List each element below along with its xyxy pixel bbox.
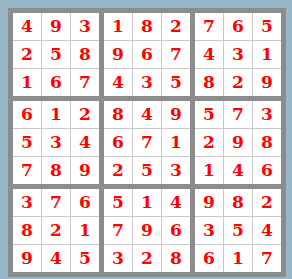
cell-r4c8[interactable]: 7	[224, 101, 252, 128]
cell-r3c6[interactable]: 5	[162, 69, 190, 96]
cell-r5c9[interactable]: 8	[253, 129, 281, 156]
cell-r8c8[interactable]: 5	[224, 217, 252, 244]
sudoku-box-7: 376821945	[13, 189, 99, 272]
cell-r4c4[interactable]: 8	[104, 101, 132, 128]
cell-r1c5[interactable]: 8	[133, 13, 161, 40]
cell-r5c5[interactable]: 7	[133, 129, 161, 156]
cell-r9c2[interactable]: 4	[42, 245, 70, 272]
cell-r2c6[interactable]: 7	[162, 41, 190, 68]
cell-r6c7[interactable]: 1	[195, 157, 223, 184]
cell-r8c9[interactable]: 4	[253, 217, 281, 244]
cell-r9c3[interactable]: 5	[71, 245, 99, 272]
sudoku-box-2: 182967435	[104, 13, 190, 96]
cell-r7c3[interactable]: 6	[71, 189, 99, 216]
cell-r3c7[interactable]: 8	[195, 69, 223, 96]
cell-r8c2[interactable]: 2	[42, 217, 70, 244]
cell-r8c3[interactable]: 1	[71, 217, 99, 244]
cell-r7c5[interactable]: 1	[133, 189, 161, 216]
cell-r7c7[interactable]: 9	[195, 189, 223, 216]
cell-r1c2[interactable]: 9	[42, 13, 70, 40]
cell-r2c5[interactable]: 6	[133, 41, 161, 68]
sudoku-box-5: 849671253	[104, 101, 190, 184]
cell-r5c4[interactable]: 6	[104, 129, 132, 156]
cell-r5c7[interactable]: 2	[195, 129, 223, 156]
cell-r6c1[interactable]: 7	[13, 157, 41, 184]
cell-r7c9[interactable]: 2	[253, 189, 281, 216]
cell-r3c3[interactable]: 7	[71, 69, 99, 96]
cell-r6c6[interactable]: 3	[162, 157, 190, 184]
cell-r2c2[interactable]: 5	[42, 41, 70, 68]
sudoku-box-8: 514796328	[104, 189, 190, 272]
sudoku-box-1: 493258167	[13, 13, 99, 96]
cell-r1c1[interactable]: 4	[13, 13, 41, 40]
cell-r3c9[interactable]: 9	[253, 69, 281, 96]
sudoku-board: 4932581671829674357654318296125347898496…	[8, 8, 286, 277]
cell-r7c4[interactable]: 5	[104, 189, 132, 216]
cell-r3c8[interactable]: 2	[224, 69, 252, 96]
cell-r4c7[interactable]: 5	[195, 101, 223, 128]
cell-r8c6[interactable]: 6	[162, 217, 190, 244]
cell-r7c8[interactable]: 8	[224, 189, 252, 216]
cell-r4c1[interactable]: 6	[13, 101, 41, 128]
cell-r3c1[interactable]: 1	[13, 69, 41, 96]
cell-r3c4[interactable]: 4	[104, 69, 132, 96]
cell-r5c3[interactable]: 4	[71, 129, 99, 156]
cell-r9c1[interactable]: 9	[13, 245, 41, 272]
cell-r9c4[interactable]: 3	[104, 245, 132, 272]
cell-r6c5[interactable]: 5	[133, 157, 161, 184]
page-background: 4932581671829674357654318296125347898496…	[0, 0, 292, 279]
cell-r9c5[interactable]: 2	[133, 245, 161, 272]
cell-r1c8[interactable]: 6	[224, 13, 252, 40]
cell-r1c6[interactable]: 2	[162, 13, 190, 40]
cell-r5c1[interactable]: 5	[13, 129, 41, 156]
cell-r1c7[interactable]: 7	[195, 13, 223, 40]
cell-r8c4[interactable]: 7	[104, 217, 132, 244]
cell-r7c1[interactable]: 3	[13, 189, 41, 216]
cell-r2c7[interactable]: 4	[195, 41, 223, 68]
cell-r6c3[interactable]: 9	[71, 157, 99, 184]
cell-r5c6[interactable]: 1	[162, 129, 190, 156]
cell-r9c7[interactable]: 6	[195, 245, 223, 272]
sudoku-box-4: 612534789	[13, 101, 99, 184]
cell-r1c3[interactable]: 3	[71, 13, 99, 40]
cell-r9c6[interactable]: 8	[162, 245, 190, 272]
cell-r8c7[interactable]: 3	[195, 217, 223, 244]
cell-r2c3[interactable]: 8	[71, 41, 99, 68]
cell-r5c8[interactable]: 9	[224, 129, 252, 156]
cell-r2c1[interactable]: 2	[13, 41, 41, 68]
cell-r4c9[interactable]: 3	[253, 101, 281, 128]
cell-r9c9[interactable]: 7	[253, 245, 281, 272]
cell-r4c5[interactable]: 4	[133, 101, 161, 128]
cell-r2c8[interactable]: 3	[224, 41, 252, 68]
sudoku-box-9: 982354617	[195, 189, 281, 272]
cell-r6c9[interactable]: 6	[253, 157, 281, 184]
cell-r4c2[interactable]: 1	[42, 101, 70, 128]
cell-r9c8[interactable]: 1	[224, 245, 252, 272]
cell-r6c8[interactable]: 4	[224, 157, 252, 184]
cell-r1c4[interactable]: 1	[104, 13, 132, 40]
cell-r4c3[interactable]: 2	[71, 101, 99, 128]
cell-r5c2[interactable]: 3	[42, 129, 70, 156]
sudoku-box-3: 765431829	[195, 13, 281, 96]
cell-r7c2[interactable]: 7	[42, 189, 70, 216]
cell-r4c6[interactable]: 9	[162, 101, 190, 128]
cell-r3c5[interactable]: 3	[133, 69, 161, 96]
cell-r2c4[interactable]: 9	[104, 41, 132, 68]
cell-r8c1[interactable]: 8	[13, 217, 41, 244]
cell-r6c4[interactable]: 2	[104, 157, 132, 184]
sudoku-box-6: 573298146	[195, 101, 281, 184]
cell-r2c9[interactable]: 1	[253, 41, 281, 68]
cell-r7c6[interactable]: 4	[162, 189, 190, 216]
cell-r6c2[interactable]: 8	[42, 157, 70, 184]
cell-r3c2[interactable]: 6	[42, 69, 70, 96]
cell-r8c5[interactable]: 9	[133, 217, 161, 244]
cell-r1c9[interactable]: 5	[253, 13, 281, 40]
